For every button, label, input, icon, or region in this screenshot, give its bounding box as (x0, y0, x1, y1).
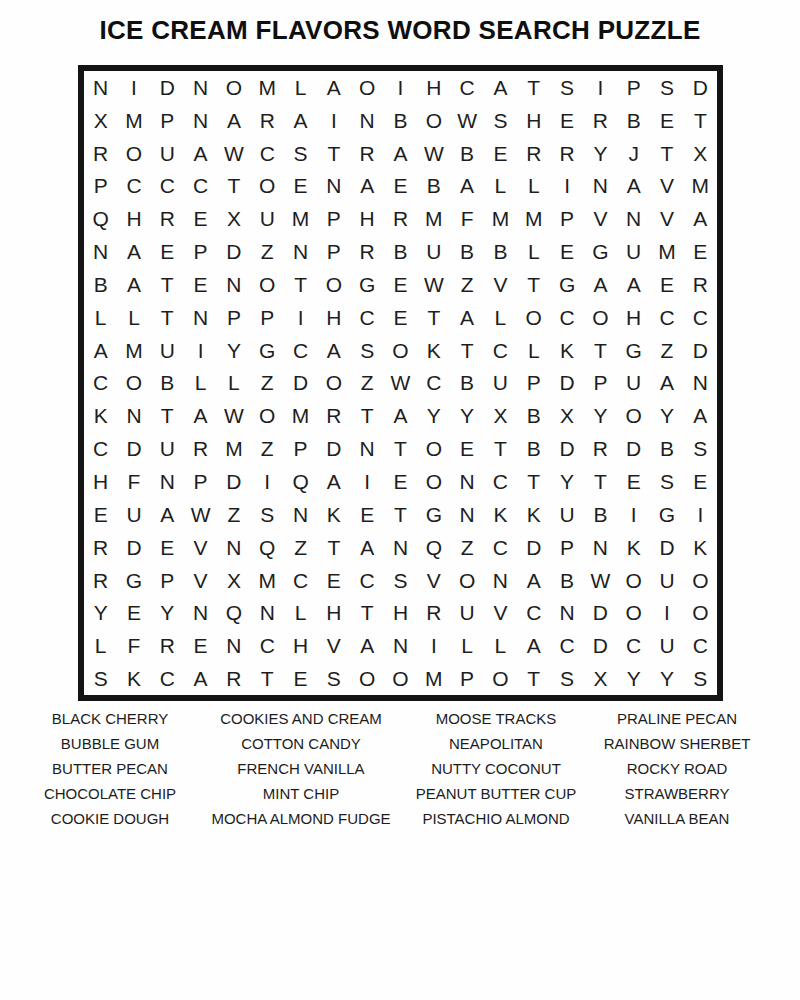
grid-cell: O (251, 399, 284, 432)
grid-cell: X (84, 104, 117, 137)
grid-cell: N (117, 399, 150, 432)
grid-cell: P (184, 465, 217, 498)
grid-cell: N (584, 531, 617, 564)
grid-cell: M (251, 564, 284, 597)
grid-cell: R (584, 104, 617, 137)
grid-cell: H (84, 465, 117, 498)
grid-cell: E (117, 596, 150, 629)
word-list: BLACK CHERRYCOOKIES AND CREAMMOOSE TRACK… (20, 706, 764, 831)
grid-cell: C (484, 334, 517, 367)
grid-cell: A (117, 268, 150, 301)
grid-cell: E (284, 662, 317, 695)
grid-cell: Z (251, 235, 284, 268)
grid-cell: H (517, 104, 550, 137)
grid-cell: K (417, 334, 450, 367)
grid-cell: P (450, 662, 483, 695)
grid-cell: Z (217, 498, 250, 531)
grid-cell: A (584, 268, 617, 301)
grid-cell: B (450, 367, 483, 400)
grid-cell: S (351, 334, 384, 367)
grid-cell: R (317, 399, 350, 432)
grid-cell: N (450, 498, 483, 531)
grid-cell: V (650, 202, 683, 235)
grid-cell: O (450, 564, 483, 597)
grid-cell: F (117, 465, 150, 498)
grid-cell: I (650, 596, 683, 629)
grid-cell: Y (217, 334, 250, 367)
grid-cell: R (217, 662, 250, 695)
grid-cell: I (384, 71, 417, 104)
grid-cell: T (517, 465, 550, 498)
grid-cell: C (84, 432, 117, 465)
grid-cell: M (517, 202, 550, 235)
grid-cell: A (217, 104, 250, 137)
grid-cell: N (251, 596, 284, 629)
grid-cell: O (251, 170, 284, 203)
grid-cell: T (584, 465, 617, 498)
grid-cell: I (184, 334, 217, 367)
grid-cell: A (617, 170, 650, 203)
grid-cell: R (684, 268, 717, 301)
grid-cell: N (184, 596, 217, 629)
grid-cell: N (351, 104, 384, 137)
grid-cell: E (650, 268, 683, 301)
grid-cell: X (217, 202, 250, 235)
grid-cell: M (251, 71, 284, 104)
grid-cell: E (550, 104, 583, 137)
grid-cell: Y (584, 137, 617, 170)
grid-cell: L (484, 301, 517, 334)
grid-cell: T (151, 399, 184, 432)
grid-cell: N (384, 629, 417, 662)
grid-cell: I (417, 629, 450, 662)
grid-cell: T (351, 399, 384, 432)
grid-cell: M (484, 202, 517, 235)
grid-cell: S (384, 564, 417, 597)
grid-cell: O (584, 301, 617, 334)
word-list-item: PEANUT BUTTER CUP (402, 781, 590, 806)
grid-cell: O (317, 268, 350, 301)
grid-cell: J (617, 137, 650, 170)
grid-cell: E (151, 235, 184, 268)
grid-cell: U (417, 235, 450, 268)
grid-cell: H (284, 629, 317, 662)
grid-cell: W (584, 564, 617, 597)
grid-cell: D (684, 71, 717, 104)
grid-cell: K (550, 334, 583, 367)
grid-cell: R (84, 531, 117, 564)
grid-cell: C (351, 301, 384, 334)
grid-cell: B (417, 170, 450, 203)
grid-cell: A (517, 629, 550, 662)
word-list-item: STRAWBERRY (590, 781, 764, 806)
grid-cell: L (117, 301, 150, 334)
grid-cell: G (117, 564, 150, 597)
word-list-item: BUTTER PECAN (20, 756, 200, 781)
grid-cell: V (650, 170, 683, 203)
grid-cell: M (217, 432, 250, 465)
grid-cell: Q (284, 465, 317, 498)
grid-cell: E (384, 268, 417, 301)
grid-cell: D (217, 235, 250, 268)
grid-cell: Z (284, 531, 317, 564)
grid-cell: I (351, 465, 384, 498)
page-title: ICE CREAM FLAVORS WORD SEARCH PUZZLE (0, 15, 800, 46)
grid-cell: Q (251, 531, 284, 564)
grid-cell: B (84, 268, 117, 301)
grid-cell: M (117, 334, 150, 367)
grid-cell: X (550, 399, 583, 432)
grid-cell: R (550, 137, 583, 170)
grid-cell: H (117, 202, 150, 235)
grid-cell: C (351, 564, 384, 597)
grid-cell: G (251, 334, 284, 367)
grid-cell: Y (617, 662, 650, 695)
grid-cell: S (650, 71, 683, 104)
grid-cell: G (550, 268, 583, 301)
grid-cell: D (317, 432, 350, 465)
grid-cell: T (151, 268, 184, 301)
grid-cell: T (417, 301, 450, 334)
grid-cell: Z (251, 432, 284, 465)
grid-cell: I (251, 465, 284, 498)
grid-cell: C (284, 564, 317, 597)
grid-cell: Z (251, 367, 284, 400)
grid-cell: N (84, 235, 117, 268)
grid-cell: K (84, 399, 117, 432)
grid-cell: B (650, 432, 683, 465)
grid-cell: N (84, 71, 117, 104)
grid-cell: K (517, 498, 550, 531)
grid-cell: A (384, 399, 417, 432)
grid-cell: Y (450, 399, 483, 432)
grid-cell: T (517, 71, 550, 104)
grid-cell: O (384, 334, 417, 367)
grid-cell: A (317, 334, 350, 367)
grid-cell: V (484, 268, 517, 301)
grid-cell: P (84, 170, 117, 203)
grid-cell: B (384, 235, 417, 268)
grid-cell: R (84, 564, 117, 597)
grid-cell: O (484, 662, 517, 695)
grid-cell: B (517, 432, 550, 465)
grid-cell: Y (84, 596, 117, 629)
grid-cell: A (317, 465, 350, 498)
grid-cell: L (484, 629, 517, 662)
grid-cell: S (550, 71, 583, 104)
grid-cell: U (151, 137, 184, 170)
grid-cell: X (684, 137, 717, 170)
grid-cell: D (217, 465, 250, 498)
grid-cell: N (317, 170, 350, 203)
grid-cell: N (484, 564, 517, 597)
grid-cell: G (617, 334, 650, 367)
grid-cell: T (217, 170, 250, 203)
grid-cell: G (650, 498, 683, 531)
grid-cell: E (317, 564, 350, 597)
grid-cell: H (417, 71, 450, 104)
grid-cell: P (151, 104, 184, 137)
grid-cell: T (284, 268, 317, 301)
grid-cell: I (584, 71, 617, 104)
grid-cell: O (351, 71, 384, 104)
grid-cell: Y (584, 399, 617, 432)
grid-cell: A (317, 71, 350, 104)
grid-cell: R (251, 104, 284, 137)
word-list-item: MOCHA ALMOND FUDGE (200, 806, 402, 831)
grid-cell: N (584, 170, 617, 203)
grid-cell: U (650, 629, 683, 662)
grid-cell: P (284, 432, 317, 465)
grid-cell: O (517, 301, 550, 334)
grid-cell: R (151, 202, 184, 235)
grid-cell: E (617, 465, 650, 498)
grid-cell: Q (417, 531, 450, 564)
grid-cell: E (650, 104, 683, 137)
grid-cell: N (351, 432, 384, 465)
grid-cell: D (284, 367, 317, 400)
word-list-item: FRENCH VANILLA (200, 756, 402, 781)
grid-cell: R (351, 137, 384, 170)
grid-cell: R (184, 432, 217, 465)
grid-cell: C (650, 301, 683, 334)
grid-cell: N (184, 104, 217, 137)
grid-cell: T (384, 432, 417, 465)
grid-cell: W (417, 137, 450, 170)
grid-cell: M (284, 202, 317, 235)
grid-cell: O (117, 137, 150, 170)
grid-cell: S (84, 662, 117, 695)
grid-cell: O (317, 367, 350, 400)
grid-cell: V (184, 531, 217, 564)
grid-cell: C (84, 367, 117, 400)
grid-cell: O (384, 662, 417, 695)
grid-cell: T (351, 596, 384, 629)
grid-cell: N (184, 301, 217, 334)
grid-cell: E (384, 170, 417, 203)
grid-cell: S (251, 498, 284, 531)
grid-cell: M (417, 662, 450, 695)
grid-cell: P (617, 71, 650, 104)
grid-cell: H (384, 596, 417, 629)
grid-cell: L (517, 170, 550, 203)
word-list-item: PRALINE PECAN (590, 706, 764, 731)
grid-cell: C (684, 629, 717, 662)
grid-cell: E (684, 235, 717, 268)
grid-cell: E (184, 268, 217, 301)
grid-cell: C (550, 629, 583, 662)
grid-cell: Y (650, 399, 683, 432)
grid-cell: H (617, 301, 650, 334)
grid-cell: N (450, 465, 483, 498)
grid-cell: M (117, 104, 150, 137)
grid-cell: H (317, 301, 350, 334)
grid-cell: C (251, 629, 284, 662)
grid-cell: D (684, 334, 717, 367)
grid-cell: P (184, 235, 217, 268)
grid-cell: N (284, 498, 317, 531)
grid-cell: B (450, 137, 483, 170)
grid-cell: O (251, 268, 284, 301)
grid-cell: O (417, 465, 450, 498)
grid-cell: H (351, 202, 384, 235)
grid-cell: Y (417, 399, 450, 432)
grid-cell: L (484, 170, 517, 203)
grid-cell: S (284, 137, 317, 170)
grid-cell: K (684, 531, 717, 564)
grid-cell: C (151, 170, 184, 203)
grid-cell: A (517, 564, 550, 597)
grid-cell: B (484, 235, 517, 268)
grid-cell: Z (450, 531, 483, 564)
grid-cell: U (617, 367, 650, 400)
grid-cell: A (450, 170, 483, 203)
grid-cell: R (517, 137, 550, 170)
grid-cell: T (517, 268, 550, 301)
grid-cell: P (550, 531, 583, 564)
grid-cell: T (151, 301, 184, 334)
grid-cell: Y (650, 662, 683, 695)
grid-cell: D (517, 531, 550, 564)
grid-cell: T (517, 662, 550, 695)
grid-cell: E (384, 301, 417, 334)
word-list-item: COOKIES AND CREAM (200, 706, 402, 731)
grid-cell: Q (84, 202, 117, 235)
grid-cell: E (184, 202, 217, 235)
grid-cell: E (84, 498, 117, 531)
grid-cell: F (117, 629, 150, 662)
grid-cell: T (484, 432, 517, 465)
grid-cell: C (251, 137, 284, 170)
grid-cell: A (384, 137, 417, 170)
word-list-item: BLACK CHERRY (20, 706, 200, 731)
grid-cell: C (517, 596, 550, 629)
grid-cell: L (217, 367, 250, 400)
grid-cell: O (617, 399, 650, 432)
grid-cell: B (517, 399, 550, 432)
grid-cell: R (84, 137, 117, 170)
grid-cell: T (317, 531, 350, 564)
grid-cell: C (417, 367, 450, 400)
grid-cell: A (184, 399, 217, 432)
grid-cell: G (351, 268, 384, 301)
grid-cell: O (351, 662, 384, 695)
grid-cell: D (151, 71, 184, 104)
grid-cell: D (650, 531, 683, 564)
grid-cell: B (550, 564, 583, 597)
grid-cell: O (217, 71, 250, 104)
grid-cell: R (384, 202, 417, 235)
grid-cell: C (484, 531, 517, 564)
grid-cell: P (151, 564, 184, 597)
word-search-grid: NIDNOMLAOIHCATSIPSDXMPNARAINBOWSHERBETRO… (78, 65, 723, 701)
grid-cell: A (450, 301, 483, 334)
grid-cell: A (84, 334, 117, 367)
grid-cell: O (617, 564, 650, 597)
grid-cell: D (584, 596, 617, 629)
word-list-item: ROCKY ROAD (590, 756, 764, 781)
grid-cell: N (217, 531, 250, 564)
grid-cell: I (117, 71, 150, 104)
grid-cell: X (484, 399, 517, 432)
grid-cell: P (584, 367, 617, 400)
grid-cell: Z (450, 268, 483, 301)
grid-cell: A (351, 170, 384, 203)
grid-cell: H (317, 596, 350, 629)
grid-cell: N (384, 531, 417, 564)
grid-cell: C (284, 334, 317, 367)
grid-cell: N (684, 367, 717, 400)
grid-cell: S (550, 662, 583, 695)
grid-cell: P (517, 367, 550, 400)
grid-cell: U (650, 564, 683, 597)
word-list-item: PISTACHIO ALMOND (402, 806, 590, 831)
grid-cell: W (217, 399, 250, 432)
grid-cell: Y (151, 596, 184, 629)
grid-cell: V (417, 564, 450, 597)
grid-cell: O (684, 564, 717, 597)
grid-cell: I (284, 301, 317, 334)
grid-cell: Q (217, 596, 250, 629)
grid-cell: S (484, 104, 517, 137)
grid-cell: W (417, 268, 450, 301)
grid-cell: K (617, 531, 650, 564)
grid-cell: A (117, 235, 150, 268)
word-list-item: MOOSE TRACKS (402, 706, 590, 731)
grid-cell: L (450, 629, 483, 662)
grid-cell: D (117, 432, 150, 465)
grid-cell: D (550, 367, 583, 400)
grid-cell: T (384, 498, 417, 531)
grid-cell: D (617, 432, 650, 465)
grid-cell: A (684, 399, 717, 432)
grid-cell: N (217, 629, 250, 662)
grid-cell: M (684, 170, 717, 203)
grid-cell: G (417, 498, 450, 531)
word-list-item: BUBBLE GUM (20, 731, 200, 756)
grid-cell: T (650, 137, 683, 170)
grid-cell: C (151, 662, 184, 695)
grid-cell: L (517, 334, 550, 367)
grid-cell: N (151, 465, 184, 498)
grid-cell: C (450, 71, 483, 104)
grid-cell: E (684, 465, 717, 498)
grid-cell: A (650, 367, 683, 400)
grid-cell: N (284, 235, 317, 268)
grid-cell: O (417, 104, 450, 137)
grid-cell: U (151, 432, 184, 465)
grid-cell: U (550, 498, 583, 531)
grid-cell: N (217, 268, 250, 301)
grid-cell: S (317, 662, 350, 695)
word-list-item: NUTTY COCONUT (402, 756, 590, 781)
grid-cell: N (184, 71, 217, 104)
grid-cell: E (384, 465, 417, 498)
grid-cell: L (284, 596, 317, 629)
grid-cell: O (684, 596, 717, 629)
grid-cell: I (317, 104, 350, 137)
grid-cell: T (251, 662, 284, 695)
grid-cell: M (650, 235, 683, 268)
grid-cell: C (617, 629, 650, 662)
word-list-item: NEAPOLITAN (402, 731, 590, 756)
grid-cell: A (617, 268, 650, 301)
word-list-item: CHOCOLATE CHIP (20, 781, 200, 806)
grid-cell: O (617, 596, 650, 629)
grid-cell: B (617, 104, 650, 137)
grid-cell: B (584, 498, 617, 531)
grid-cell: U (450, 596, 483, 629)
